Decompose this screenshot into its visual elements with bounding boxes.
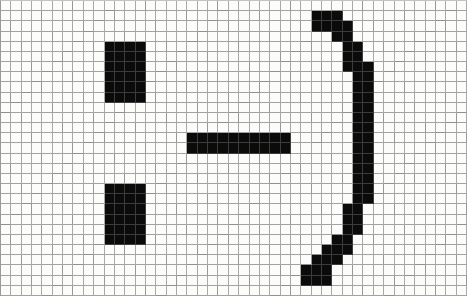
grid-cell [457,11,467,21]
grid-cell [457,204,467,214]
grid-cell [291,265,301,275]
grid-cell [22,245,32,255]
grid-cell [436,286,446,296]
grid-cell [84,184,94,194]
grid-cell [312,154,322,164]
grid-cell [208,235,218,245]
grid-cell [384,143,394,153]
grid-cell [436,184,446,194]
grid-cell [239,276,249,286]
grid-cell [53,265,63,275]
grid-cell [11,1,21,11]
grid-cell [63,1,73,11]
grid-cell [260,123,270,133]
grid-cell [167,164,177,174]
grid-cell [208,174,218,184]
grid-cell [250,82,260,92]
grid-cell [208,103,218,113]
grid-cell [301,123,311,133]
grid-cell [415,42,425,52]
grid-cell [94,1,104,11]
grid-cell [11,42,21,52]
grid-cell [187,235,197,245]
grid-cell [353,235,363,245]
grid-cell [177,62,187,72]
grid-cell [125,113,135,123]
grid-cell [395,194,405,204]
grid-cell [301,42,311,52]
grid-cell [312,93,322,103]
filled-cell [363,72,373,82]
filled-cell [353,93,363,103]
grid-cell [301,62,311,72]
grid-cell [426,154,436,164]
grid-cell [94,113,104,123]
grid-cell [446,255,456,265]
grid-cell [177,72,187,82]
grid-cell [198,82,208,92]
grid-cell [105,286,115,296]
grid-cell [208,42,218,52]
grid-cell [436,123,446,133]
grid-cell [53,42,63,52]
grid-cell [73,215,83,225]
grid-cell [260,1,270,11]
grid-cell [250,286,260,296]
filled-cell [115,82,125,92]
grid-cell [363,52,373,62]
grid-cell [374,164,384,174]
filled-cell [312,265,322,275]
grid-cell [457,215,467,225]
grid-cell [146,164,156,174]
grid-cell [84,42,94,52]
grid-cell [187,1,197,11]
grid-cell [332,143,342,153]
grid-cell [353,255,363,265]
filled-cell [353,113,363,123]
grid-cell [22,72,32,82]
grid-cell [436,143,446,153]
grid-cell [239,194,249,204]
grid-cell [239,123,249,133]
grid-cell [53,113,63,123]
grid-cell [405,21,415,31]
grid-cell [415,82,425,92]
grid-cell [167,32,177,42]
grid-cell [218,42,228,52]
grid-cell [1,174,11,184]
grid-cell [415,143,425,153]
grid-cell [395,11,405,21]
grid-cell [105,133,115,143]
grid-cell [53,21,63,31]
grid-cell [11,164,21,174]
grid-cell [446,174,456,184]
grid-cell [343,113,353,123]
grid-cell [84,11,94,21]
filled-cell [115,204,125,214]
grid-cell [42,32,52,42]
grid-cell [312,194,322,204]
grid-cell [73,93,83,103]
grid-cell [22,184,32,194]
grid-cell [229,184,239,194]
grid-cell [250,11,260,21]
grid-cell [322,143,332,153]
grid-cell [1,11,11,21]
grid-cell [291,194,301,204]
grid-cell [105,123,115,133]
grid-cell [84,52,94,62]
grid-cell [167,11,177,21]
grid-cell [32,194,42,204]
grid-cell [291,82,301,92]
grid-cell [167,82,177,92]
grid-cell [436,21,446,31]
grid-cell [84,164,94,174]
grid-cell [146,42,156,52]
grid-cell [32,62,42,72]
grid-cell [239,235,249,245]
grid-cell [125,286,135,296]
grid-cell [260,184,270,194]
grid-cell [42,184,52,194]
grid-cell [229,21,239,31]
grid-cell [405,11,415,21]
filled-cell [343,52,353,62]
grid-cell [374,32,384,42]
grid-cell [208,82,218,92]
grid-cell [167,215,177,225]
grid-cell [136,286,146,296]
grid-cell [156,215,166,225]
grid-cell [374,225,384,235]
grid-cell [281,72,291,82]
grid-cell [73,62,83,72]
grid-cell [146,245,156,255]
grid-cell [250,255,260,265]
grid-cell [374,113,384,123]
grid-cell [73,204,83,214]
grid-cell [84,113,94,123]
grid-cell [405,62,415,72]
grid-cell [22,82,32,92]
grid-cell [446,235,456,245]
grid-cell [343,143,353,153]
grid-cell [156,11,166,21]
grid-cell [229,215,239,225]
grid-cell [250,52,260,62]
grid-cell [301,133,311,143]
grid-cell [395,174,405,184]
grid-cell [363,235,373,245]
grid-cell [136,21,146,31]
grid-cell [250,1,260,11]
grid-cell [239,154,249,164]
grid-cell [395,42,405,52]
filled-cell [229,133,239,143]
grid-cell [32,164,42,174]
grid-cell [156,184,166,194]
filled-cell [353,204,363,214]
grid-cell [436,103,446,113]
grid-cell [405,42,415,52]
grid-cell [187,62,197,72]
grid-cell [260,276,270,286]
filled-cell [363,103,373,113]
grid-cell [384,235,394,245]
grid-cell [426,103,436,113]
grid-cell [11,265,21,275]
grid-cell [426,32,436,42]
grid-cell [260,42,270,52]
grid-cell [426,184,436,194]
grid-cell [73,123,83,133]
grid-cell [343,72,353,82]
grid-cell [11,204,21,214]
filled-cell [105,82,115,92]
grid-cell [136,143,146,153]
grid-cell [187,276,197,286]
grid-cell [53,286,63,296]
grid-cell [415,194,425,204]
grid-cell [105,1,115,11]
grid-cell [53,235,63,245]
grid-cell [32,21,42,31]
grid-cell [250,32,260,42]
grid-cell [457,164,467,174]
grid-cell [374,154,384,164]
grid-cell [187,164,197,174]
grid-cell [218,11,228,21]
grid-cell [436,204,446,214]
grid-cell [146,215,156,225]
grid-cell [187,72,197,82]
grid-cell [73,255,83,265]
grid-cell [405,72,415,82]
grid-cell [343,103,353,113]
grid-cell [405,1,415,11]
grid-cell [146,82,156,92]
grid-cell [22,204,32,214]
grid-cell [1,72,11,82]
grid-cell [198,93,208,103]
grid-cell [446,286,456,296]
grid-cell [73,143,83,153]
grid-cell [405,204,415,214]
filled-cell [343,204,353,214]
grid-cell [218,72,228,82]
grid-cell [374,82,384,92]
grid-cell [42,103,52,113]
grid-cell [374,1,384,11]
filled-cell [105,235,115,245]
grid-cell [1,164,11,174]
grid-cell [167,174,177,184]
filled-cell [136,225,146,235]
grid-cell [229,82,239,92]
grid-cell [94,204,104,214]
grid-cell [177,143,187,153]
grid-cell [1,133,11,143]
grid-cell [363,1,373,11]
grid-cell [187,255,197,265]
grid-cell [312,286,322,296]
grid-cell [208,52,218,62]
grid-cell [415,154,425,164]
grid-cell [281,164,291,174]
grid-cell [270,123,280,133]
grid-cell [457,1,467,11]
grid-cell [457,286,467,296]
grid-cell [426,245,436,255]
grid-cell [363,215,373,225]
grid-cell [1,143,11,153]
filled-cell [115,42,125,52]
grid-cell [405,32,415,42]
grid-cell [426,11,436,21]
filled-cell [363,154,373,164]
grid-cell [73,82,83,92]
grid-cell [260,204,270,214]
grid-cell [218,52,228,62]
grid-cell [436,42,446,52]
grid-cell [405,265,415,275]
grid-cell [426,82,436,92]
grid-cell [53,154,63,164]
grid-cell [32,154,42,164]
filled-cell [136,184,146,194]
grid-cell [198,42,208,52]
grid-cell [405,194,415,204]
grid-cell [384,32,394,42]
grid-cell [63,82,73,92]
grid-cell [32,215,42,225]
grid-cell [63,113,73,123]
grid-cell [446,103,456,113]
grid-cell [53,184,63,194]
grid-cell [53,194,63,204]
filled-cell [312,11,322,21]
grid-cell [229,52,239,62]
grid-cell [395,52,405,62]
grid-cell [11,133,21,143]
grid-cell [281,154,291,164]
grid-cell [146,93,156,103]
grid-cell [198,255,208,265]
filled-cell [353,133,363,143]
grid-cell [457,123,467,133]
filled-cell [115,184,125,194]
grid-cell [270,93,280,103]
grid-cell [105,154,115,164]
grid-cell [332,286,342,296]
grid-cell [426,1,436,11]
filled-cell [260,143,270,153]
grid-cell [405,93,415,103]
grid-cell [22,42,32,52]
grid-cell [146,154,156,164]
grid-cell [415,265,425,275]
grid-cell [53,174,63,184]
grid-cell [312,1,322,11]
filled-cell [229,143,239,153]
filled-cell [353,184,363,194]
grid-cell [94,286,104,296]
grid-cell [146,21,156,31]
grid-cell [239,215,249,225]
grid-cell [312,225,322,235]
filled-cell [353,225,363,235]
grid-cell [395,215,405,225]
filled-cell [322,265,332,275]
grid-cell [187,286,197,296]
grid-cell [260,32,270,42]
grid-cell [167,276,177,286]
grid-cell [291,225,301,235]
grid-cell [198,245,208,255]
grid-cell [1,154,11,164]
grid-cell [229,123,239,133]
grid-cell [229,164,239,174]
grid-cell [42,82,52,92]
grid-cell [415,103,425,113]
grid-cell [22,21,32,31]
grid-cell [363,276,373,286]
grid-cell [84,225,94,235]
grid-cell [125,154,135,164]
grid-cell [322,103,332,113]
grid-cell [291,276,301,286]
grid-cell [84,154,94,164]
grid-cell [343,1,353,11]
grid-cell [94,215,104,225]
grid-cell [167,113,177,123]
grid-cell [405,133,415,143]
grid-cell [363,225,373,235]
filled-cell [353,42,363,52]
grid-cell [208,286,218,296]
grid-cell [187,93,197,103]
grid-cell [270,265,280,275]
grid-cell [374,123,384,133]
grid-cell [42,174,52,184]
grid-cell [322,225,332,235]
grid-cell [42,133,52,143]
grid-cell [332,276,342,286]
grid-cell [11,52,21,62]
grid-cell [32,72,42,82]
grid-cell [11,225,21,235]
grid-cell [229,225,239,235]
grid-cell [208,225,218,235]
grid-cell [415,235,425,245]
grid-cell [229,72,239,82]
grid-cell [405,52,415,62]
grid-cell [156,42,166,52]
grid-cell [125,276,135,286]
grid-cell [384,215,394,225]
grid-cell [218,123,228,133]
grid-cell [281,194,291,204]
grid-cell [73,164,83,174]
grid-cell [208,245,218,255]
grid-cell [415,204,425,214]
filled-cell [105,93,115,103]
grid-cell [446,184,456,194]
grid-cell [84,32,94,42]
